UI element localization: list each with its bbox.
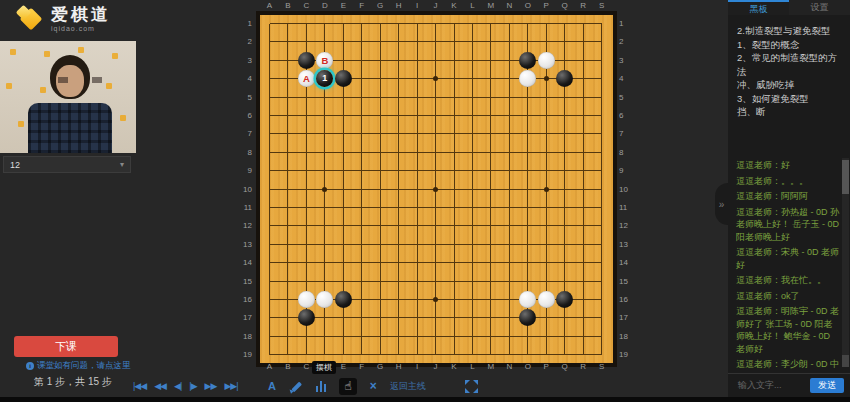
row-label-left: 10 <box>238 185 252 194</box>
column-label-top: P <box>537 1 555 10</box>
row-label-left: 7 <box>238 129 252 138</box>
fullscreen-icon[interactable] <box>465 380 478 393</box>
chat-scrollbar[interactable] <box>842 158 849 367</box>
go-board[interactable]: BA1 <box>256 11 617 367</box>
scrollbar-thumb[interactable] <box>842 160 849 194</box>
column-label-top: Q <box>556 1 574 10</box>
teacher-shirt <box>28 103 112 153</box>
right-panel-tabs: 黑板 设置 <box>728 0 850 15</box>
row-label-right: 5 <box>619 93 633 102</box>
grid-line-vertical <box>361 24 362 355</box>
column-label-top: F <box>353 1 371 10</box>
column-label-bottom: P <box>537 362 555 371</box>
column-label-top: E <box>334 1 352 10</box>
column-label-top: K <box>445 1 463 10</box>
stone-label: A <box>303 74 310 84</box>
clear-marks-button[interactable]: × <box>370 379 377 393</box>
row-label-right: 18 <box>619 332 633 341</box>
column-label-top: A <box>261 1 279 10</box>
stone-black-E16[interactable] <box>335 291 352 308</box>
nav-next-button[interactable]: |▶ <box>189 380 196 392</box>
row-label-left: 4 <box>238 74 252 83</box>
stone-white-C4[interactable]: A <box>298 70 315 87</box>
column-label-bottom: M <box>482 362 500 371</box>
move-navigation-toolbar: |◀◀◀◀◀||▶▶▶▶▶| <box>133 380 238 392</box>
grid-line-vertical <box>417 24 418 355</box>
wall-posters <box>10 49 16 55</box>
nav-last-button[interactable]: ▶▶| <box>224 380 237 392</box>
row-label-left: 5 <box>238 93 252 102</box>
bottom-edge-strip <box>0 397 850 402</box>
nav-first-button[interactable]: |◀◀ <box>133 380 146 392</box>
chat-message: 逗逗老师：ok了 <box>736 290 841 303</box>
chat-message-list: 逗逗老师：好逗逗老师：。。。逗逗老师：阿阿阿逗逗老师：孙热超 - 0D 孙老师晚… <box>728 155 841 371</box>
row-label-left: 1 <box>238 19 252 28</box>
column-label-top: G <box>371 1 389 10</box>
panel-collapse-handle[interactable]: » <box>715 183 728 225</box>
grid-line-vertical <box>490 24 491 355</box>
column-label-top: S <box>593 1 611 10</box>
teacher-video-feed <box>0 41 136 153</box>
row-label-right: 12 <box>619 221 633 230</box>
grid-line-vertical <box>287 24 288 355</box>
chat-input-bar: 输入文字... 发送 <box>728 373 850 397</box>
column-label-bottom: L <box>463 362 481 371</box>
row-label-left: 12 <box>238 221 252 230</box>
end-class-button[interactable]: 下课 <box>14 336 118 357</box>
column-label-bottom: K <box>445 362 463 371</box>
chat-message: 逗逗老师：孙热超 - 0D 孙老师晚上好！ 岳子玉 - 0D 阳老师晚上好 <box>736 206 841 244</box>
row-label-left: 3 <box>238 56 252 65</box>
send-button[interactable]: 发送 <box>810 378 844 393</box>
grid-line-vertical <box>472 24 473 355</box>
classroom-help-link[interactable]: i 课堂如有问题，请点这里 <box>26 360 131 372</box>
grid-line-vertical <box>583 24 584 355</box>
row-label-right: 7 <box>619 129 633 138</box>
return-main-line-button[interactable]: 返回主线 <box>390 380 426 393</box>
row-label-left: 8 <box>238 148 252 157</box>
row-label-right: 3 <box>619 56 633 65</box>
column-label-bottom: E <box>334 362 352 371</box>
row-label-right: 17 <box>619 313 633 322</box>
column-label-bottom: A <box>261 362 279 371</box>
note-line: 挡、断 <box>737 105 844 119</box>
row-label-right: 16 <box>619 295 633 304</box>
column-label-bottom: F <box>353 362 371 371</box>
row-label-left: 15 <box>238 277 252 286</box>
column-label-bottom: R <box>574 362 592 371</box>
nav-prev-button[interactable]: ◀| <box>174 380 181 392</box>
column-label-bottom: O <box>519 362 537 371</box>
row-label-right: 19 <box>619 350 633 359</box>
annotation-toolbar: A ☝ × 返回主线 <box>268 377 478 395</box>
logo-subtitle: iqidao.com <box>51 25 111 32</box>
star-point <box>433 187 438 192</box>
column-label-top: N <box>500 1 518 10</box>
star-point <box>544 76 549 81</box>
column-label-top: D <box>316 1 334 10</box>
row-label-left: 11 <box>238 203 252 212</box>
chat-message: 逗逗老师：阿阿阿 <box>736 190 841 203</box>
row-label-left: 17 <box>238 313 252 322</box>
star-point <box>322 187 327 192</box>
tab-blackboard[interactable]: 黑板 <box>728 0 789 15</box>
right-panel: 黑板 设置 2.制造裂型与避免裂型1、裂型的概念2、常见的制造裂型的方法冲、威胁… <box>728 0 850 397</box>
column-label-top: H <box>390 1 408 10</box>
column-label-top: M <box>482 1 500 10</box>
column-label-top: I <box>408 1 426 10</box>
help-link-label: 课堂如有问题，请点这里 <box>37 360 131 372</box>
grid-line-vertical <box>380 24 381 355</box>
row-label-left: 16 <box>238 295 252 304</box>
column-label-top: J <box>427 1 445 10</box>
stone-label: B <box>321 56 328 66</box>
column-label-bottom: B <box>279 362 297 371</box>
column-label-bottom: J <box>427 362 445 371</box>
grid-line-vertical <box>509 24 510 355</box>
label-tool-button[interactable]: A <box>268 380 276 392</box>
dropdown-value: 12 <box>10 160 20 170</box>
stone-white-P3[interactable] <box>538 52 555 69</box>
app-logo: 爱棋道 iqidao.com <box>16 5 111 33</box>
stone-black-E4[interactable] <box>335 70 352 87</box>
note-line: 1、裂型的概念 <box>737 38 844 52</box>
column-label-bottom: N <box>500 362 518 371</box>
column-label-bottom: G <box>371 362 389 371</box>
column-label-bottom: I <box>408 362 426 371</box>
tab-settings[interactable]: 设置 <box>789 0 850 15</box>
column-label-top: O <box>519 1 537 10</box>
chat-message: 逗逗老师：宋典 - 0D 老师好 <box>736 246 841 271</box>
nav-fast-forward-button[interactable]: ▶▶ <box>205 380 217 392</box>
column-label-top: L <box>463 1 481 10</box>
row-label-left: 14 <box>238 258 252 267</box>
note-line: 3、如何避免裂型 <box>737 92 844 106</box>
stone-black-C3[interactable] <box>298 52 315 69</box>
column-label-bottom: H <box>390 362 408 371</box>
row-label-left: 13 <box>238 240 252 249</box>
chat-message: 逗逗老师：明陈宇 - 0D 老师好了 张工场 - 0D 阳老师晚上好！ 鲍华金 … <box>736 305 841 355</box>
row-label-left: 2 <box>238 37 252 46</box>
note-line: 2.制造裂型与避免裂型 <box>737 24 844 38</box>
chat-message: 逗逗老师：李少朗 - 0D 中华老师好 <box>736 358 841 371</box>
column-label-bottom: S <box>593 362 611 371</box>
row-label-right: 6 <box>619 111 633 120</box>
stone-white-P16[interactable] <box>538 291 555 308</box>
row-label-right: 14 <box>619 258 633 267</box>
row-label-right: 9 <box>619 166 633 175</box>
grid-line-vertical <box>398 24 399 355</box>
grid-line-vertical <box>601 24 602 355</box>
row-label-right: 13 <box>619 240 633 249</box>
row-label-right: 1 <box>619 19 633 28</box>
hand-tool-button-active[interactable]: ☝ <box>339 378 356 395</box>
chart-tool-button[interactable] <box>316 381 327 392</box>
row-label-right: 10 <box>619 185 633 194</box>
grid-line-vertical <box>454 24 455 355</box>
chat-message: 逗逗老师：好 <box>736 159 841 172</box>
stone-white-C16[interactable] <box>298 291 315 308</box>
grid-line-vertical <box>269 24 270 355</box>
note-line: 冲、威胁吃掉 <box>737 78 844 92</box>
row-label-right: 4 <box>619 74 633 83</box>
student-count-dropdown[interactable]: 12 ▾ <box>3 156 131 173</box>
row-label-right: 2 <box>619 37 633 46</box>
scrollbar-end-cap[interactable] <box>842 355 849 367</box>
app-window: 爱棋道 iqidao.com 12 ▾ 下课 i 课堂如有问题，请点这里 第 1… <box>0 0 850 402</box>
row-label-right: 8 <box>619 148 633 157</box>
column-label-top: B <box>279 1 297 10</box>
lesson-notes: 2.制造裂型与避免裂型1、裂型的概念2、常见的制造裂型的方法冲、威胁吃掉3、如何… <box>728 18 850 152</box>
teacher-glasses <box>58 77 102 83</box>
hand-tool-tooltip: 摆棋 <box>312 361 336 374</box>
row-label-left: 6 <box>238 111 252 120</box>
column-label-bottom: Q <box>556 362 574 371</box>
nav-fast-back-button[interactable]: ◀◀ <box>154 380 166 392</box>
logo-diamond-icon <box>16 5 44 33</box>
column-label-top: C <box>297 1 315 10</box>
chat-message: 逗逗老师：我在忙。。 <box>736 274 841 287</box>
stone-label: 1 <box>322 74 327 83</box>
note-line: 2、常见的制造裂型的方法 <box>737 51 844 78</box>
star-point <box>544 187 549 192</box>
pencil-tool-button[interactable] <box>289 379 303 393</box>
row-label-left: 18 <box>238 332 252 341</box>
chevron-down-icon: ▾ <box>120 160 124 169</box>
chat-message: 逗逗老师：。。。 <box>736 175 841 188</box>
row-label-left: 9 <box>238 166 252 175</box>
stone-black-O3[interactable] <box>519 52 536 69</box>
row-label-left: 19 <box>238 350 252 359</box>
row-label-right: 15 <box>619 277 633 286</box>
column-label-top: R <box>574 1 592 10</box>
logo-title: 爱棋道 <box>51 6 111 23</box>
row-label-right: 11 <box>619 203 633 212</box>
chat-input[interactable]: 输入文字... <box>738 379 782 392</box>
info-icon: i <box>26 362 34 370</box>
move-step-indicator: 第 1 步，共 15 步 <box>34 375 112 389</box>
